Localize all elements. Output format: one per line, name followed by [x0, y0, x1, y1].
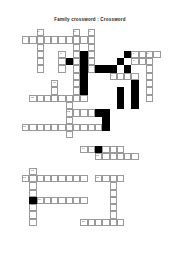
white-cell[interactable] [146, 87, 153, 94]
white-cell[interactable] [117, 153, 124, 160]
white-cell[interactable]: 6 [131, 51, 138, 58]
white-cell[interactable] [102, 219, 109, 226]
white-cell[interactable] [51, 87, 58, 94]
white-cell[interactable] [29, 36, 36, 43]
clue-number: 14 [82, 147, 85, 150]
white-cell[interactable] [51, 175, 58, 182]
white-cell[interactable] [117, 175, 124, 182]
black-cell [131, 87, 138, 94]
white-cell[interactable] [66, 197, 73, 204]
white-cell[interactable] [44, 36, 51, 43]
white-cell[interactable] [131, 153, 138, 160]
black-cell [95, 109, 102, 116]
clue-number: 1 [38, 30, 39, 33]
page-title: Family crossword : Crossword [0, 17, 180, 22]
white-cell[interactable] [58, 197, 65, 204]
white-cell[interactable] [88, 124, 95, 131]
white-cell[interactable] [102, 146, 109, 153]
white-cell[interactable] [66, 131, 73, 138]
worksheet-page: Family crossword : Crossword 12345678910… [0, 0, 180, 256]
white-cell[interactable] [73, 73, 80, 80]
white-cell[interactable] [153, 51, 160, 58]
white-cell[interactable] [37, 58, 44, 65]
black-cell [124, 51, 131, 58]
black-cell [110, 65, 117, 72]
clue-number: 18 [96, 176, 99, 179]
clue-number: 6 [133, 52, 134, 55]
white-cell[interactable] [110, 219, 117, 226]
white-cell[interactable] [37, 51, 44, 58]
white-cell[interactable]: 8 [131, 58, 138, 65]
white-cell[interactable] [110, 146, 117, 153]
white-cell[interactable] [102, 153, 109, 160]
white-cell[interactable] [117, 219, 124, 226]
white-cell[interactable] [29, 211, 36, 218]
white-cell[interactable] [88, 65, 95, 72]
clue-number: 5 [60, 52, 61, 55]
black-cell [95, 146, 102, 153]
white-cell[interactable] [73, 44, 80, 51]
white-cell[interactable] [37, 36, 44, 43]
clue-number: 13 [23, 125, 26, 128]
white-cell[interactable] [73, 95, 80, 102]
white-cell[interactable] [37, 65, 44, 72]
black-cell [80, 80, 87, 87]
white-cell[interactable] [110, 190, 117, 197]
black-cell [131, 95, 138, 102]
white-cell[interactable] [66, 117, 73, 124]
white-cell[interactable] [73, 51, 80, 58]
white-cell[interactable] [95, 219, 102, 226]
white-cell[interactable] [88, 44, 95, 51]
white-cell[interactable]: 9 [110, 73, 117, 80]
black-cell [80, 73, 87, 80]
white-cell[interactable] [73, 36, 80, 43]
white-cell[interactable] [88, 51, 95, 58]
white-cell[interactable] [95, 124, 102, 131]
white-cell[interactable] [66, 124, 73, 131]
white-cell[interactable] [139, 51, 146, 58]
white-cell[interactable] [80, 95, 87, 102]
white-cell[interactable] [37, 44, 44, 51]
white-cell[interactable] [73, 58, 80, 65]
white-cell[interactable] [73, 109, 80, 116]
black-cell [102, 65, 109, 72]
white-cell[interactable] [29, 124, 36, 131]
clue-number: 11 [31, 96, 34, 99]
clue-number: 20 [82, 220, 85, 223]
white-cell[interactable] [110, 197, 117, 204]
white-cell[interactable] [110, 175, 117, 182]
white-cell[interactable] [66, 102, 73, 109]
white-cell[interactable]: 4 [22, 36, 29, 43]
white-cell[interactable] [110, 182, 117, 189]
white-cell[interactable]: 19 [37, 197, 44, 204]
white-cell[interactable] [146, 73, 153, 80]
white-cell[interactable]: 1 [37, 29, 44, 36]
white-cell[interactable]: 18 [95, 175, 102, 182]
black-cell [102, 124, 109, 131]
white-cell[interactable] [37, 175, 44, 182]
white-cell[interactable]: 20 [80, 219, 87, 226]
white-cell[interactable]: 13 [22, 124, 29, 131]
clue-number: 9 [111, 74, 112, 77]
black-cell [80, 87, 87, 94]
white-cell[interactable]: 14 [80, 146, 87, 153]
white-cell[interactable] [37, 95, 44, 102]
clue-number: 3 [89, 30, 90, 33]
white-cell[interactable] [58, 58, 65, 65]
black-cell [80, 51, 87, 58]
white-cell[interactable] [58, 95, 65, 102]
white-cell[interactable]: 2 [73, 29, 80, 36]
black-cell [117, 102, 124, 109]
white-cell[interactable]: 16 [29, 168, 36, 175]
black-cell [131, 102, 138, 109]
white-cell[interactable] [117, 146, 124, 153]
white-cell[interactable] [66, 95, 73, 102]
white-cell[interactable] [146, 95, 153, 102]
white-cell[interactable] [110, 211, 117, 218]
white-cell[interactable] [44, 175, 51, 182]
white-cell[interactable] [66, 175, 73, 182]
white-cell[interactable] [58, 36, 65, 43]
white-cell[interactable] [88, 146, 95, 153]
black-cell [117, 87, 124, 94]
clue-number: 17 [23, 176, 26, 179]
white-cell[interactable] [80, 197, 87, 204]
black-cell [131, 80, 138, 87]
white-cell[interactable] [58, 65, 65, 72]
white-cell[interactable] [102, 175, 109, 182]
white-cell[interactable] [110, 153, 117, 160]
white-cell[interactable] [146, 58, 153, 65]
white-cell[interactable] [80, 175, 87, 182]
white-cell[interactable] [146, 65, 153, 72]
black-cell [117, 95, 124, 102]
black-cell [117, 58, 124, 65]
white-cell[interactable] [44, 95, 51, 102]
clue-number: 16 [31, 169, 34, 172]
white-cell[interactable] [51, 124, 58, 131]
white-cell[interactable] [139, 58, 146, 65]
clue-number: 2 [74, 30, 75, 33]
clue-number: 15 [96, 154, 99, 157]
white-cell[interactable] [88, 36, 95, 43]
clue-number: 8 [133, 59, 134, 62]
white-cell[interactable] [29, 175, 36, 182]
clue-number: 10 [53, 81, 56, 84]
white-cell[interactable] [37, 124, 44, 131]
white-cell[interactable] [73, 65, 80, 72]
black-cell [80, 65, 87, 72]
white-cell[interactable]: 3 [88, 29, 95, 36]
white-cell[interactable] [73, 175, 80, 182]
clue-number: 4 [23, 37, 24, 40]
white-cell[interactable] [29, 204, 36, 211]
white-cell[interactable] [88, 58, 95, 65]
white-cell[interactable] [110, 204, 117, 211]
crossword-grid: 1234567891011121314151617181920 [22, 29, 161, 226]
white-cell[interactable] [58, 175, 65, 182]
white-cell[interactable] [51, 197, 58, 204]
black-cell [80, 58, 87, 65]
white-cell[interactable] [146, 80, 153, 87]
white-cell[interactable]: 7 [146, 51, 153, 58]
white-cell[interactable] [88, 109, 95, 116]
white-cell[interactable] [58, 124, 65, 131]
white-cell[interactable] [124, 73, 131, 80]
black-cell [102, 117, 109, 124]
black-cell [95, 65, 102, 72]
clue-number: 19 [38, 198, 41, 201]
black-cell [102, 109, 109, 116]
clue-number: 7 [147, 52, 148, 55]
white-cell[interactable]: 11 [29, 95, 36, 102]
white-cell[interactable] [44, 197, 51, 204]
white-cell[interactable] [73, 124, 80, 131]
white-cell[interactable]: 15 [95, 153, 102, 160]
white-cell[interactable]: 12 [66, 109, 73, 116]
white-cell[interactable] [88, 219, 95, 226]
white-cell[interactable] [73, 80, 80, 87]
black-cell [124, 65, 131, 72]
white-cell[interactable] [51, 36, 58, 43]
white-cell[interactable]: 5 [58, 51, 65, 58]
white-cell[interactable] [80, 124, 87, 131]
white-cell[interactable]: 10 [51, 80, 58, 87]
white-cell[interactable] [44, 124, 51, 131]
white-cell[interactable] [51, 95, 58, 102]
white-cell[interactable] [29, 182, 36, 189]
white-cell[interactable] [131, 73, 138, 80]
white-cell[interactable] [80, 109, 87, 116]
white-cell[interactable] [66, 36, 73, 43]
white-cell[interactable] [124, 153, 131, 160]
white-cell[interactable] [80, 36, 87, 43]
white-cell[interactable] [29, 219, 36, 226]
black-cell [66, 58, 73, 65]
white-cell[interactable] [117, 73, 124, 80]
clue-number: 12 [67, 110, 70, 113]
white-cell[interactable] [73, 87, 80, 94]
white-cell[interactable] [73, 197, 80, 204]
white-cell[interactable] [29, 190, 36, 197]
white-cell[interactable]: 17 [22, 175, 29, 182]
black-cell [29, 197, 36, 204]
